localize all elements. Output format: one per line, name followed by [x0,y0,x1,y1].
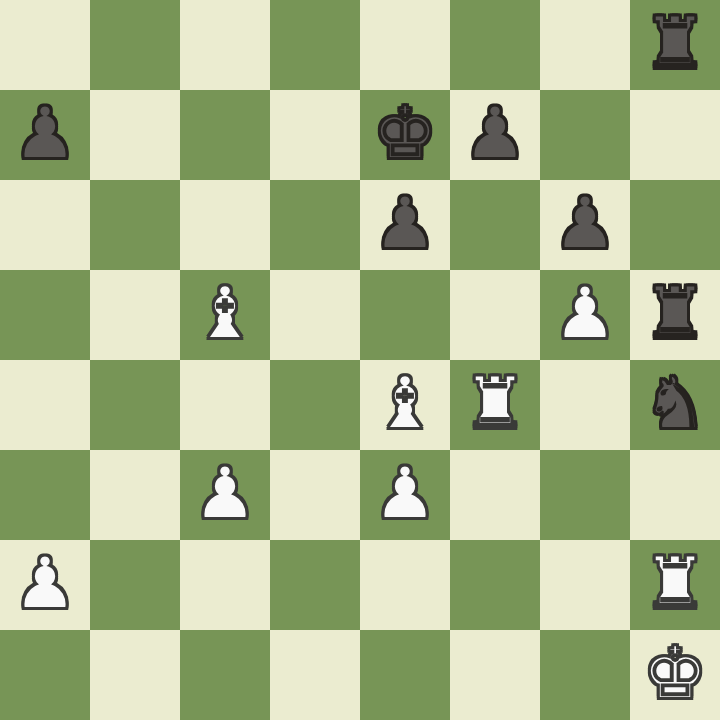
square-c8[interactable] [180,0,270,90]
chess-board: ♜♟♚♟♟♟♝♟♜♝♜♞♟♟♟♜♚ [0,0,720,720]
piece-black-king[interactable]: ♚ [373,88,438,178]
square-a3[interactable] [0,450,90,540]
piece-white-king[interactable]: ♚ [643,628,708,718]
piece-white-pawn[interactable]: ♟ [13,538,78,628]
square-g2[interactable] [540,540,630,630]
square-c6[interactable] [180,180,270,270]
square-g6[interactable]: ♟ [540,180,630,270]
square-a4[interactable] [0,360,90,450]
square-d6[interactable] [270,180,360,270]
piece-white-bishop[interactable]: ♝ [193,268,258,358]
square-a8[interactable] [0,0,90,90]
square-b1[interactable] [90,630,180,720]
piece-black-rook[interactable]: ♜ [643,268,708,358]
square-e7[interactable]: ♚ [360,90,450,180]
square-h3[interactable] [630,450,720,540]
square-h8[interactable]: ♜ [630,0,720,90]
square-h2[interactable]: ♜ [630,540,720,630]
square-d3[interactable] [270,450,360,540]
square-h7[interactable] [630,90,720,180]
square-a2[interactable]: ♟ [0,540,90,630]
square-c2[interactable] [180,540,270,630]
square-f8[interactable] [450,0,540,90]
square-g4[interactable] [540,360,630,450]
square-g7[interactable] [540,90,630,180]
piece-black-rook[interactable]: ♜ [643,0,708,88]
piece-white-rook[interactable]: ♜ [643,538,708,628]
square-e3[interactable]: ♟ [360,450,450,540]
square-b7[interactable] [90,90,180,180]
square-b8[interactable] [90,0,180,90]
square-f1[interactable] [450,630,540,720]
square-d2[interactable] [270,540,360,630]
square-c4[interactable] [180,360,270,450]
square-g8[interactable] [540,0,630,90]
piece-white-rook[interactable]: ♜ [463,358,528,448]
square-e2[interactable] [360,540,450,630]
square-a5[interactable] [0,270,90,360]
square-g5[interactable]: ♟ [540,270,630,360]
square-e6[interactable]: ♟ [360,180,450,270]
piece-black-pawn[interactable]: ♟ [13,88,78,178]
square-c5[interactable]: ♝ [180,270,270,360]
square-e4[interactable]: ♝ [360,360,450,450]
square-e8[interactable] [360,0,450,90]
square-f3[interactable] [450,450,540,540]
square-d4[interactable] [270,360,360,450]
square-h1[interactable]: ♚ [630,630,720,720]
piece-white-pawn[interactable]: ♟ [553,268,618,358]
square-c3[interactable]: ♟ [180,450,270,540]
square-h4[interactable]: ♞ [630,360,720,450]
square-a7[interactable]: ♟ [0,90,90,180]
square-c1[interactable] [180,630,270,720]
square-a6[interactable] [0,180,90,270]
square-a1[interactable] [0,630,90,720]
square-b2[interactable] [90,540,180,630]
square-b4[interactable] [90,360,180,450]
piece-black-pawn[interactable]: ♟ [463,88,528,178]
square-d7[interactable] [270,90,360,180]
piece-black-pawn[interactable]: ♟ [373,178,438,268]
square-d8[interactable] [270,0,360,90]
square-d5[interactable] [270,270,360,360]
piece-white-bishop[interactable]: ♝ [373,358,438,448]
square-f5[interactable] [450,270,540,360]
square-g1[interactable] [540,630,630,720]
piece-white-pawn[interactable]: ♟ [373,448,438,538]
piece-white-pawn[interactable]: ♟ [193,448,258,538]
piece-black-knight[interactable]: ♞ [643,358,708,448]
square-c7[interactable] [180,90,270,180]
square-d1[interactable] [270,630,360,720]
square-h5[interactable]: ♜ [630,270,720,360]
square-f7[interactable]: ♟ [450,90,540,180]
square-e5[interactable] [360,270,450,360]
square-b3[interactable] [90,450,180,540]
square-h6[interactable] [630,180,720,270]
square-g3[interactable] [540,450,630,540]
square-e1[interactable] [360,630,450,720]
square-b5[interactable] [90,270,180,360]
square-f2[interactable] [450,540,540,630]
square-f4[interactable]: ♜ [450,360,540,450]
square-b6[interactable] [90,180,180,270]
square-f6[interactable] [450,180,540,270]
piece-black-pawn[interactable]: ♟ [553,178,618,268]
